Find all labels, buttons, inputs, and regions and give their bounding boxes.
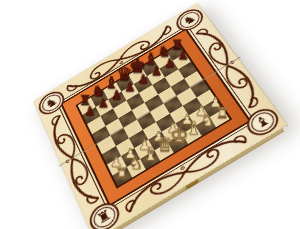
knight-icon: ♞	[181, 13, 198, 28]
chess-board: ♞ ♞ ♝ ♜ aa88bb77cc66dd55ee44ff33gg22hh11…	[34, 3, 287, 229]
rook-icon: ♜	[95, 207, 114, 227]
chess-set-photo: ♞ ♞ ♝ ♜ aa88bb77cc66dd55ee44ff33gg22hh11…	[0, 0, 300, 229]
knight-icon: ♞	[44, 95, 60, 111]
scene: ♞ ♞ ♝ ♜ aa88bb77cc66dd55ee44ff33gg22hh11…	[0, 0, 300, 229]
bishop-icon: ♝	[252, 113, 273, 132]
